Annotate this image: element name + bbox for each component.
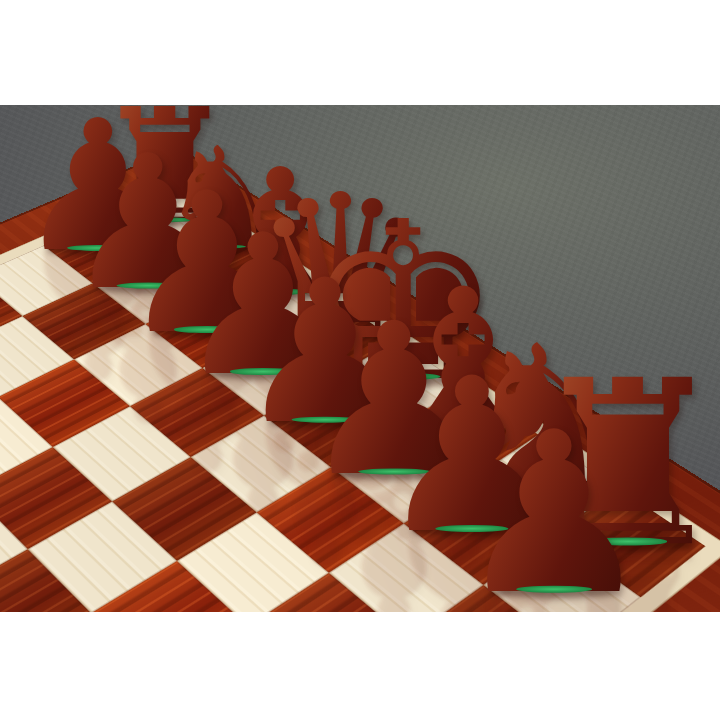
- piece-red-pawn-h7: ♟♟: [454, 403, 654, 612]
- pieces-layer: ♜♜♞♞♝♝♛♛♚♚♝♝♞♞♜♜♟♟♟♟♟♟♟♟♟♟♟♟♟♟♟♟: [0, 105, 720, 612]
- bottom-margin: [0, 612, 720, 720]
- pawn-glyph: ♟: [454, 403, 654, 612]
- top-margin: [0, 0, 720, 105]
- chess-set-photo: ♜♜♞♞♝♝♛♛♚♚♝♝♞♞♜♜♟♟♟♟♟♟♟♟♟♟♟♟♟♟♟♟: [0, 105, 720, 612]
